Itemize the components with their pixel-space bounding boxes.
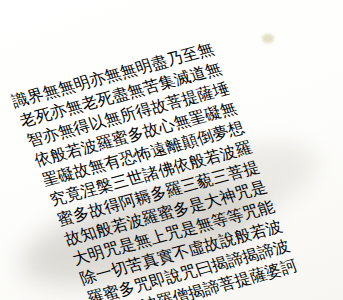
brass-sutra-book: 識界無無明亦無無明盡乃至無 老死亦無老死盡無苦集滅道無 智亦無得以無所得故菩提薩… [9, 22, 337, 258]
photo-stage: 識界無無明亦無無明盡乃至無 老死亦無老死盡無苦集滅道無 智亦無得以無所得故菩提薩… [0, 0, 343, 300]
